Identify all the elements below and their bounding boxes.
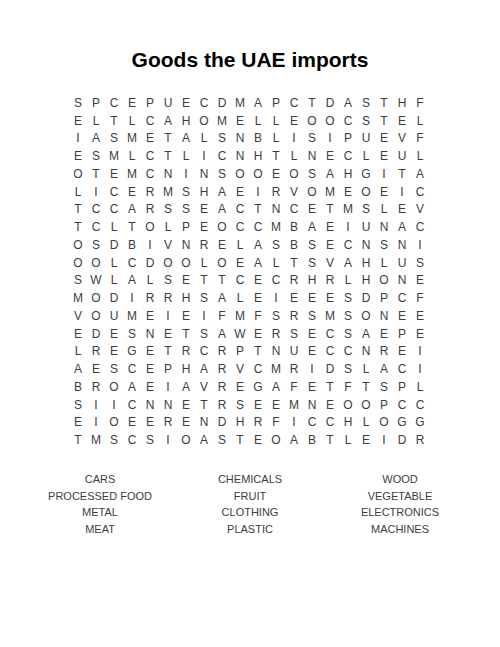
grid-cell: R [195,236,213,254]
grid-cell: O [249,165,267,183]
grid-cell: S [339,360,357,378]
grid-cell: T [87,165,105,183]
grid-cell: H [357,272,375,290]
grid-cell: C [195,343,213,361]
grid-cell: L [177,147,195,165]
grid-cell: N [303,147,321,165]
grid-cell: L [267,130,285,148]
grid-cell: M [267,360,285,378]
grid-cell: W [87,272,105,290]
grid-cell: D [213,414,231,432]
grid-cell: V [69,307,87,325]
grid-cell: L [105,218,123,236]
grid-cell: V [411,201,429,219]
grid-cell: L [159,218,177,236]
grid-cell: N [267,201,285,219]
grid-cell: M [123,130,141,148]
grid-cell: T [159,130,177,148]
grid-cell: L [69,343,87,361]
grid-cell: A [357,325,375,343]
grid-cell: E [285,289,303,307]
grid-cell: E [123,183,141,201]
grid-cell: I [249,183,267,201]
grid-cell: A [249,94,267,112]
letter-grid: SPCEPUECDMAPCTDASTHFELTLCAHOMELLEOOCSTEL… [69,94,429,449]
grid-cell: S [339,325,357,343]
grid-cell: U [393,254,411,272]
grid-cell: S [357,201,375,219]
grid-cell: N [357,343,375,361]
grid-cell: S [213,431,231,449]
grid-cell: V [159,236,177,254]
grid-cell: A [159,112,177,130]
grid-cell: V [393,130,411,148]
grid-cell: E [105,165,123,183]
grid-cell: L [195,254,213,272]
grid-cell: H [393,94,411,112]
grid-cell: R [285,307,303,325]
grid-cell: R [177,343,195,361]
grid-cell: N [231,130,249,148]
grid-cell: S [375,378,393,396]
grid-cell: I [267,289,285,307]
grid-cell: F [411,94,429,112]
grid-cell: N [159,165,177,183]
grid-cell: A [123,378,141,396]
grid-cell: S [375,236,393,254]
grid-cell: U [357,130,375,148]
grid-cell: C [105,201,123,219]
grid-cell: A [87,130,105,148]
grid-cell: O [177,431,195,449]
grid-cell: S [411,254,429,272]
grid-cell: T [105,112,123,130]
grid-cell: E [375,183,393,201]
grid-cell: S [213,130,231,148]
grid-cell: P [375,396,393,414]
grid-cell: C [249,360,267,378]
grid-cell: M [285,396,303,414]
grid-cell: P [393,378,411,396]
grid-cell: E [159,325,177,343]
grid-cell: C [87,218,105,236]
grid-cell: C [267,272,285,290]
grid-cell: T [321,201,339,219]
grid-cell: O [213,218,231,236]
grid-cell: O [195,112,213,130]
grid-cell: M [321,307,339,325]
grid-cell: I [159,431,177,449]
grid-cell: N [177,236,195,254]
grid-cell: D [393,431,411,449]
grid-cell: G [249,378,267,396]
grid-cell: I [87,183,105,201]
grid-cell: M [123,307,141,325]
grid-cell: O [357,183,375,201]
grid-cell: R [159,414,177,432]
grid-cell: I [123,289,141,307]
grid-cell: T [195,272,213,290]
grid-cell: P [267,94,285,112]
grid-cell: E [249,325,267,343]
grid-cell: R [87,343,105,361]
grid-cell: E [339,183,357,201]
grid-cell: S [123,325,141,343]
grid-cell: O [87,307,105,325]
grid-cell: E [375,130,393,148]
grid-cell: I [393,183,411,201]
grid-cell: T [321,378,339,396]
grid-cell: D [357,289,375,307]
grid-cell: T [195,396,213,414]
grid-cell: E [141,378,159,396]
grid-cell: E [375,325,393,343]
grid-cell: C [321,325,339,343]
grid-cell: E [321,236,339,254]
grid-cell: S [105,360,123,378]
grid-cell: N [267,343,285,361]
grid-cell: E [249,396,267,414]
grid-cell: G [123,343,141,361]
grid-cell: A [375,360,393,378]
grid-cell: S [69,94,87,112]
grid-cell: E [105,325,123,343]
grid-cell: H [177,289,195,307]
grid-cell: E [321,396,339,414]
grid-cell: E [105,343,123,361]
grid-cell: R [141,201,159,219]
grid-cell: T [177,325,195,343]
word-list-item: FRUIT [175,488,325,505]
grid-cell: D [213,94,231,112]
grid-cell: A [177,378,195,396]
grid-cell: L [339,272,357,290]
grid-cell: O [267,431,285,449]
grid-cell: T [69,431,87,449]
grid-cell: U [105,307,123,325]
grid-cell: I [375,431,393,449]
grid-cell: P [393,325,411,343]
grid-cell: C [393,396,411,414]
grid-cell: F [249,307,267,325]
grid-cell: E [393,201,411,219]
grid-cell: E [411,325,429,343]
grid-cell: R [267,325,285,343]
grid-cell: E [375,147,393,165]
grid-cell: E [195,218,213,236]
grid-cell: H [303,272,321,290]
grid-cell: E [303,325,321,343]
grid-cell: L [411,112,429,130]
word-list-item: PLASTIC [175,521,325,538]
grid-cell: O [213,254,231,272]
grid-cell: E [249,431,267,449]
grid-cell: O [375,414,393,432]
grid-cell: C [339,147,357,165]
grid-cell: O [69,254,87,272]
grid-cell: E [321,147,339,165]
grid-cell: M [87,431,105,449]
grid-cell: D [87,325,105,343]
grid-cell: O [339,396,357,414]
grid-cell: C [411,183,429,201]
grid-cell: R [285,272,303,290]
grid-cell: V [285,183,303,201]
grid-cell: S [195,289,213,307]
word-list-item: METAL [25,504,175,521]
grid-cell: S [159,201,177,219]
grid-cell: R [285,360,303,378]
grid-cell: C [285,201,303,219]
grid-cell: R [159,289,177,307]
grid-cell: M [339,201,357,219]
grid-cell: S [303,254,321,272]
grid-cell: P [375,289,393,307]
grid-cell: E [303,289,321,307]
grid-cell: S [177,201,195,219]
grid-cell: A [303,218,321,236]
grid-cell: M [159,183,177,201]
word-list-item: ELECTRONICS [325,504,475,521]
grid-cell: C [411,396,429,414]
grid-cell: M [123,165,141,183]
grid-cell: U [159,94,177,112]
grid-cell: A [285,431,303,449]
grid-cell: O [231,165,249,183]
grid-cell: I [303,360,321,378]
grid-cell: N [159,396,177,414]
grid-cell: M [321,183,339,201]
grid-cell: I [411,360,429,378]
grid-cell: C [231,201,249,219]
grid-cell: E [231,112,249,130]
grid-cell: V [231,360,249,378]
grid-cell: T [231,431,249,449]
grid-cell: C [105,94,123,112]
grid-cell: T [249,201,267,219]
grid-cell: E [141,307,159,325]
grid-cell: I [195,307,213,325]
grid-cell: L [141,272,159,290]
grid-cell: O [285,165,303,183]
grid-cell: N [195,165,213,183]
grid-cell: A [177,130,195,148]
grid-cell: N [375,218,393,236]
grid-cell: A [249,254,267,272]
grid-cell: A [123,272,141,290]
grid-cell: T [357,378,375,396]
grid-cell: O [105,378,123,396]
grid-cell: D [105,289,123,307]
grid-cell: I [105,396,123,414]
grid-cell: E [123,94,141,112]
word-list-item: CLOTHING [175,504,325,521]
grid-cell: O [303,112,321,130]
grid-cell: M [231,94,249,112]
grid-cell: C [321,414,339,432]
grid-cell: M [267,218,285,236]
grid-cell: V [321,254,339,272]
grid-cell: S [339,307,357,325]
grid-cell: T [249,343,267,361]
grid-cell: E [285,112,303,130]
grid-cell: E [141,414,159,432]
grid-cell: O [321,112,339,130]
grid-cell: H [177,112,195,130]
grid-cell: E [267,165,285,183]
grid-cell: C [123,396,141,414]
grid-cell: C [339,112,357,130]
grid-cell: E [177,94,195,112]
grid-cell: L [285,147,303,165]
grid-cell: H [249,147,267,165]
grid-cell: R [141,183,159,201]
grid-cell: E [267,396,285,414]
grid-cell: A [249,236,267,254]
grid-cell: T [285,254,303,272]
grid-cell: T [69,201,87,219]
word-list-item: MACHINES [325,521,475,538]
grid-cell: L [69,183,87,201]
grid-cell: O [375,272,393,290]
grid-cell: P [141,94,159,112]
grid-cell: L [357,414,375,432]
grid-cell: N [141,396,159,414]
grid-cell: L [105,272,123,290]
grid-cell: C [393,360,411,378]
grid-cell: I [321,130,339,148]
grid-cell: F [411,289,429,307]
grid-cell: G [357,165,375,183]
grid-cell: E [249,272,267,290]
grid-cell: N [357,236,375,254]
grid-cell: L [411,147,429,165]
grid-cell: I [141,236,159,254]
word-search-page: Goods the UAE imports SPCEPUECDMAPCTDAST… [0,0,500,647]
grid-cell: T [321,431,339,449]
grid-cell: U [357,218,375,236]
grid-cell: S [141,431,159,449]
grid-cell: A [339,94,357,112]
grid-cell: U [285,343,303,361]
grid-cell: E [303,378,321,396]
grid-cell: M [69,289,87,307]
grid-cell: S [303,236,321,254]
grid-cell: E [195,201,213,219]
word-list-item: MEAT [25,521,175,538]
grid-cell: I [285,130,303,148]
grid-cell: E [393,112,411,130]
grid-cell: P [87,94,105,112]
grid-cell: H [339,414,357,432]
grid-cell: N [393,272,411,290]
grid-cell: R [375,343,393,361]
grid-cell: P [231,343,249,361]
grid-cell: L [87,112,105,130]
grid-cell: N [195,414,213,432]
grid-cell: C [213,147,231,165]
grid-cell: S [177,183,195,201]
grid-cell: C [231,218,249,236]
grid-cell: S [159,272,177,290]
grid-cell: T [267,147,285,165]
grid-cell: A [339,254,357,272]
grid-cell: S [69,272,87,290]
grid-cell: C [393,289,411,307]
grid-cell: B [69,378,87,396]
grid-cell: C [123,431,141,449]
grid-cell: L [357,360,375,378]
grid-cell: H [177,360,195,378]
grid-cell: R [213,343,231,361]
grid-cell: A [123,201,141,219]
grid-cell: E [393,307,411,325]
grid-cell: O [87,289,105,307]
grid-cell: A [411,165,429,183]
grid-cell: I [375,165,393,183]
grid-cell: C [123,360,141,378]
grid-cell: C [195,94,213,112]
grid-cell: S [267,236,285,254]
grid-cell: E [177,307,195,325]
grid-cell: L [231,289,249,307]
grid-cell: O [177,254,195,272]
grid-cell: E [321,218,339,236]
grid-cell: S [69,396,87,414]
grid-cell: E [213,236,231,254]
grid-cell: C [285,94,303,112]
grid-cell: D [321,94,339,112]
grid-cell: E [303,201,321,219]
grid-cell: O [159,254,177,272]
grid-cell: L [339,431,357,449]
grid-cell: R [213,396,231,414]
grid-cell: E [303,343,321,361]
grid-cell: E [231,183,249,201]
grid-cell: E [177,272,195,290]
grid-cell: B [285,218,303,236]
grid-cell: I [339,218,357,236]
grid-cell: T [213,272,231,290]
grid-cell: O [87,254,105,272]
grid-cell: R [321,272,339,290]
grid-cell: A [213,289,231,307]
grid-cell: D [105,236,123,254]
word-list-item: WOOD [325,471,475,488]
grid-cell: B [249,130,267,148]
grid-cell: E [141,343,159,361]
grid-cell: M [231,307,249,325]
grid-cell: E [231,378,249,396]
grid-cell: R [249,414,267,432]
grid-cell: R [213,378,231,396]
grid-cell: E [141,360,159,378]
grid-cell: F [411,130,429,148]
grid-cell: E [249,289,267,307]
grid-cell: E [69,414,87,432]
grid-cell: M [213,112,231,130]
grid-cell: E [321,289,339,307]
grid-cell: I [69,130,87,148]
grid-cell: C [321,343,339,361]
grid-cell: S [105,130,123,148]
grid-cell: I [159,378,177,396]
grid-cell: D [141,254,159,272]
word-list-item: PROCESSED FOOD [25,488,175,505]
grid-cell: B [123,236,141,254]
grid-cell: S [105,431,123,449]
grid-cell: T [393,165,411,183]
